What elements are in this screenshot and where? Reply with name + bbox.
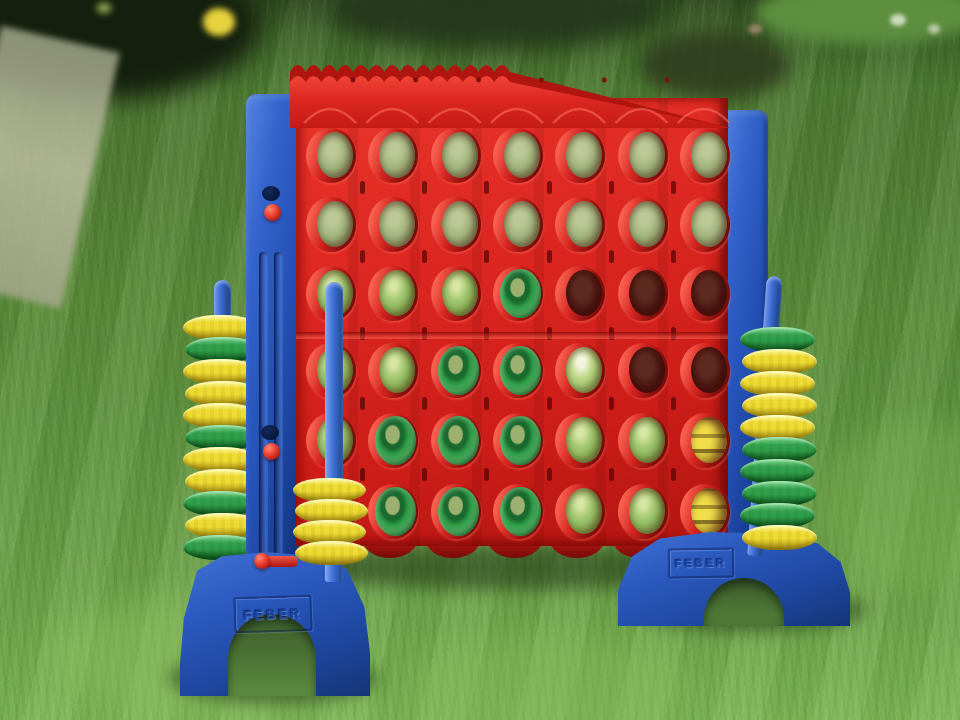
hole-opening — [629, 270, 665, 316]
divider-slot — [360, 181, 365, 194]
cell-r2-c4 — [493, 197, 543, 252]
green-disc — [500, 487, 541, 536]
divider-slot — [360, 397, 365, 410]
feber-plaque-left: FEBER — [233, 595, 312, 634]
left-leg-hole-upper — [262, 186, 280, 201]
cell-r3-c2 — [368, 266, 418, 321]
green-disc — [500, 346, 541, 395]
hole-opening — [504, 201, 540, 247]
cell-r2-c7 — [680, 197, 730, 252]
hole-opening — [629, 488, 665, 534]
divider-slot — [422, 181, 427, 194]
hole-opening — [691, 132, 727, 178]
divider-slot — [484, 468, 489, 481]
left-leg-hole-mid — [261, 425, 279, 440]
divider-slot — [671, 397, 676, 410]
divider-slot — [360, 468, 365, 481]
feber-text-left: FEBER — [243, 605, 303, 622]
red-handle-knob — [254, 553, 270, 569]
cell-r2-c5 — [555, 197, 605, 252]
cell-r5-c2 — [368, 413, 418, 468]
divider-slot — [609, 468, 614, 481]
hole-opening — [442, 132, 478, 178]
green-disc — [500, 269, 541, 318]
cell-r2-c2 — [368, 197, 418, 252]
divider-slot — [547, 468, 552, 481]
divider-slot — [422, 397, 427, 410]
green-disc — [500, 416, 541, 465]
cell-r1-c3 — [431, 128, 481, 183]
cell-r1-c2 — [368, 128, 418, 183]
green-disc — [375, 487, 416, 536]
hole-opening — [442, 201, 478, 247]
hole-opening — [442, 270, 478, 316]
cell-r6-c2 — [368, 484, 418, 539]
green-disc — [438, 416, 479, 465]
cell-r1-c6 — [618, 128, 668, 183]
cell-r3-c4 — [493, 266, 543, 321]
board-mid-seam — [296, 332, 728, 339]
divider-slot — [609, 397, 614, 410]
divider-slot — [484, 397, 489, 410]
hole-opening — [566, 270, 602, 316]
hole-opening — [691, 201, 727, 247]
cell-r3-c3 — [431, 266, 481, 321]
cell-r6-c6 — [618, 484, 668, 539]
cell-r4-c4 — [493, 343, 543, 398]
flower-yellow-small — [96, 2, 112, 14]
flower-white-2 — [928, 24, 940, 34]
hole-opening — [504, 132, 540, 178]
hole-opening — [691, 417, 727, 463]
cell-r2-c1 — [306, 197, 356, 252]
divider-slot — [609, 181, 614, 194]
light-patch-2 — [410, 636, 690, 720]
cell-r4-c3 — [431, 343, 481, 398]
cell-r2-c3 — [431, 197, 481, 252]
cell-r6-c4 — [493, 484, 543, 539]
flower-yellow — [203, 8, 235, 36]
hole-opening — [566, 201, 602, 247]
cell-r3-c5 — [555, 266, 605, 321]
hole-opening — [379, 270, 415, 316]
feber-text-right: FEBER — [675, 557, 727, 570]
divider-slot — [671, 468, 676, 481]
hole-opening — [629, 347, 665, 393]
cell-r1-c7 — [680, 128, 730, 183]
cell-r6-c5 — [555, 484, 605, 539]
cell-r4-c2 — [368, 343, 418, 398]
hole-opening — [566, 347, 602, 393]
green-disc — [375, 416, 416, 465]
hole-opening — [691, 270, 727, 316]
divider-slot — [671, 181, 676, 194]
front-left-disc-stack-disc-4-yellow — [295, 541, 368, 565]
cell-r2-c6 — [618, 197, 668, 252]
cell-r3-c7 — [680, 266, 730, 321]
hole-opening — [317, 132, 353, 178]
board-holes — [296, 98, 728, 546]
cell-r5-c6 — [618, 413, 668, 468]
hole-opening — [379, 132, 415, 178]
cell-r4-c6 — [618, 343, 668, 398]
board-top-scalloped-rim — [290, 48, 730, 128]
cell-r1-c4 — [493, 128, 543, 183]
cell-r6-c3 — [431, 484, 481, 539]
hole-opening — [317, 201, 353, 247]
cell-r1-c1 — [306, 128, 356, 183]
divider-slot — [609, 250, 614, 263]
scene-garden: FEBER FEBER — [0, 0, 960, 720]
cell-r6-c7 — [680, 484, 730, 539]
hole-opening — [566, 417, 602, 463]
hole-opening — [379, 201, 415, 247]
cell-r4-c5 — [555, 343, 605, 398]
cell-r5-c3 — [431, 413, 481, 468]
divider-slot — [547, 250, 552, 263]
divider-slot — [547, 181, 552, 194]
connect-four-board — [296, 98, 728, 546]
divider-slot — [422, 468, 427, 481]
hole-opening — [629, 201, 665, 247]
cell-r1-c5 — [555, 128, 605, 183]
hole-opening — [691, 347, 727, 393]
right-disc-stack-disc-10-yellow — [742, 525, 817, 550]
divider-slot — [547, 397, 552, 410]
hole-opening — [379, 347, 415, 393]
hole-opening — [691, 488, 727, 534]
cell-r3-c6 — [618, 266, 668, 321]
hole-opening — [629, 132, 665, 178]
cell-r5-c4 — [493, 413, 543, 468]
cell-r5-c7 — [680, 413, 730, 468]
feber-plaque-right: FEBER — [668, 547, 735, 578]
green-disc — [438, 346, 479, 395]
divider-slot — [671, 250, 676, 263]
divider-slot — [484, 181, 489, 194]
flower-pink — [748, 24, 762, 34]
red-knob-upper — [264, 204, 281, 221]
hole-opening — [566, 488, 602, 534]
divider-slot — [422, 250, 427, 263]
divider-slot — [484, 250, 489, 263]
green-disc — [438, 487, 479, 536]
red-knob-mid — [263, 443, 280, 460]
cell-r4-c7 — [680, 343, 730, 398]
hole-opening — [566, 132, 602, 178]
hole-opening — [629, 417, 665, 463]
flower-white-1 — [890, 14, 906, 26]
cell-r5-c5 — [555, 413, 605, 468]
divider-slot — [360, 250, 365, 263]
